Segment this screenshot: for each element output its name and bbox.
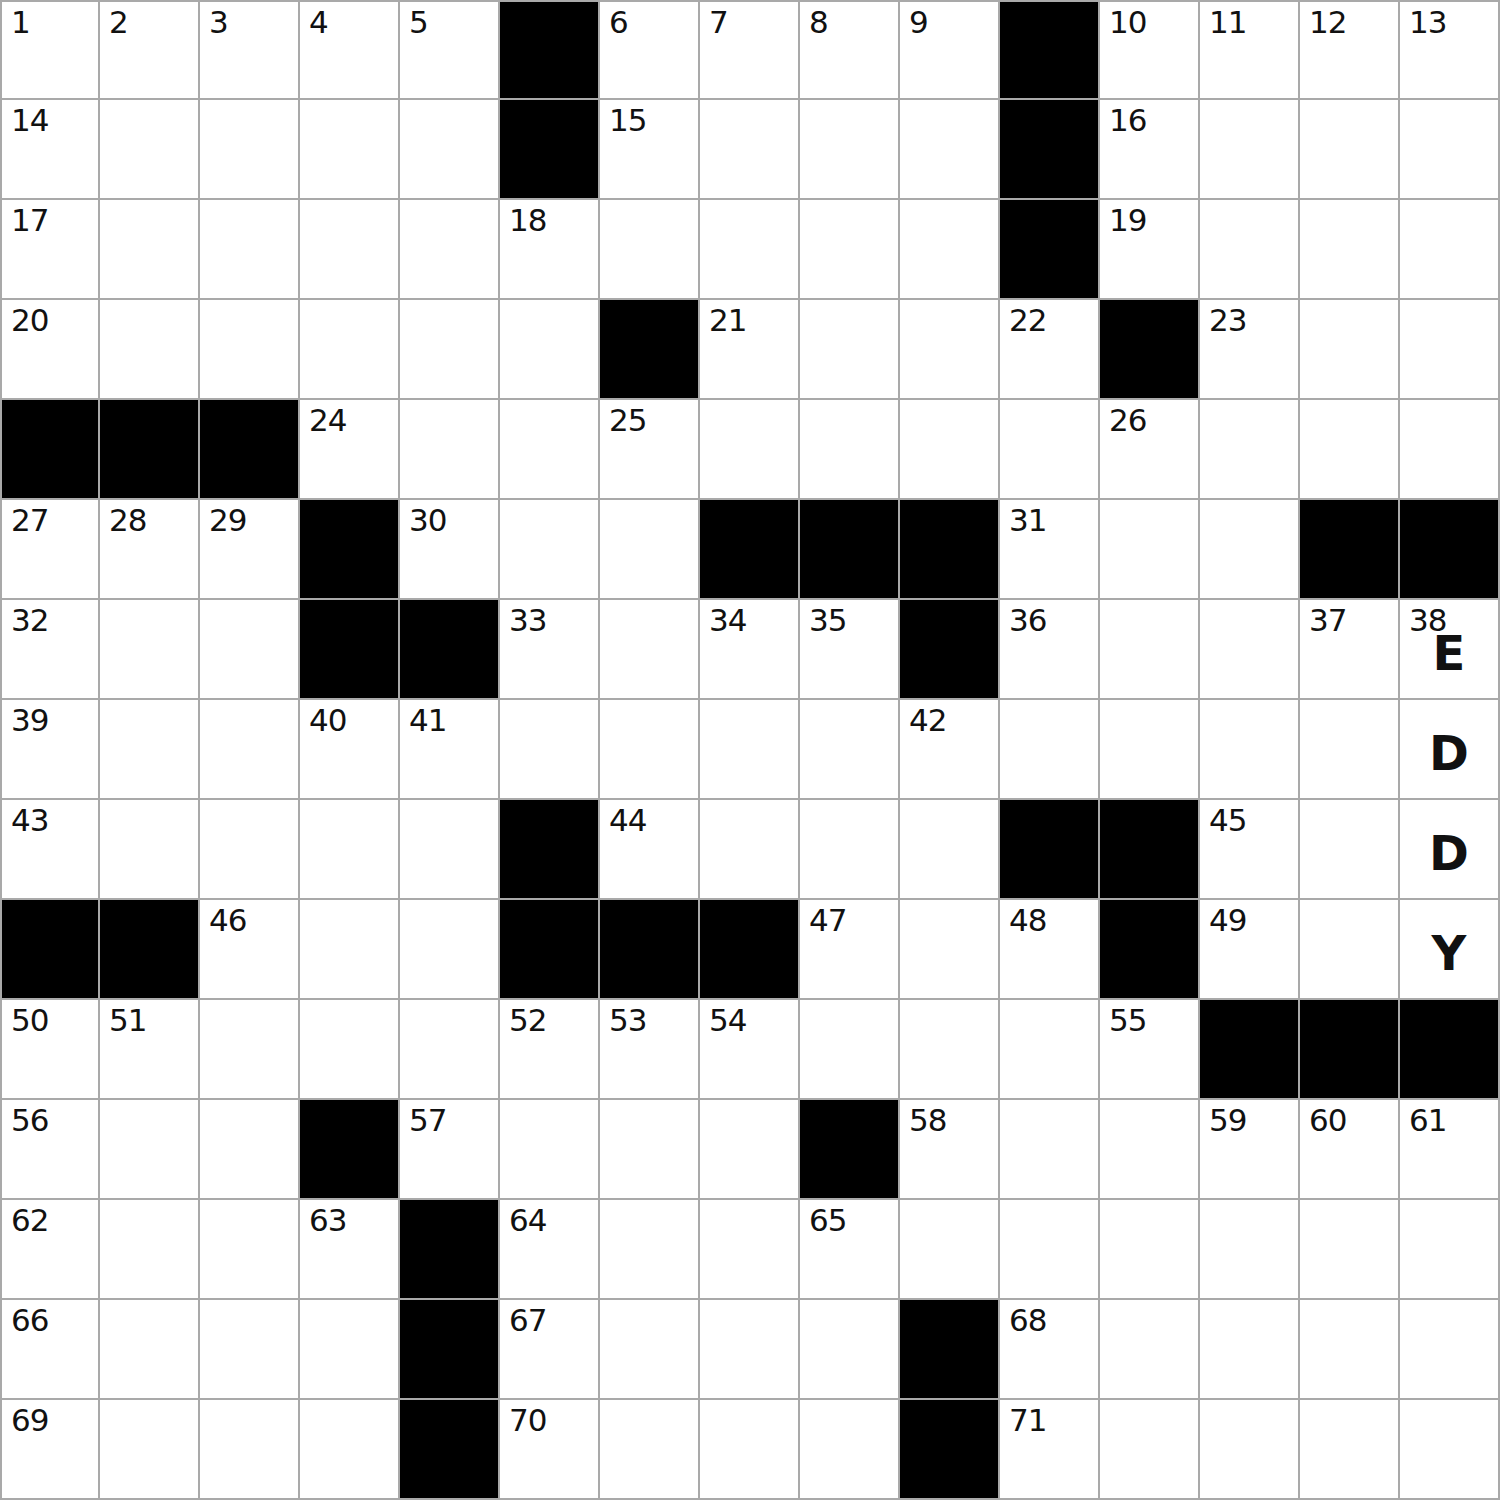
black-cell-r11c15	[1400, 1000, 1500, 1100]
cell-r11c7[interactable]: 53	[600, 1000, 700, 1100]
cell-r12c8[interactable]	[700, 1100, 800, 1200]
black-cell-r1c6	[500, 0, 600, 100]
cell-r1c2[interactable]: 2	[100, 0, 200, 100]
cell-r9c10[interactable]	[900, 800, 1000, 900]
black-cell-r10c12	[1100, 900, 1200, 1000]
cell-r5c4[interactable]: 24	[300, 400, 400, 500]
cell-r4c1[interactable]: 20	[0, 300, 100, 400]
cell-r2c14[interactable]	[1300, 100, 1400, 200]
cell-r15c3[interactable]	[200, 1400, 300, 1500]
cell-r9c8[interactable]	[700, 800, 800, 900]
cell-r15c15[interactable]	[1400, 1400, 1500, 1500]
cell-r8c2[interactable]	[100, 700, 200, 800]
cell-r3c7[interactable]	[600, 200, 700, 300]
black-cell-r5c2	[100, 400, 200, 500]
cell-r14c15[interactable]	[1400, 1300, 1500, 1400]
cell-r12c1[interactable]: 56	[0, 1100, 100, 1200]
cell-r13c9[interactable]: 65	[800, 1200, 900, 1300]
black-cell-r7c5	[400, 600, 500, 700]
clue-number: 44	[609, 805, 646, 836]
cell-r3c5[interactable]	[400, 200, 500, 300]
cell-r5c8[interactable]	[700, 400, 800, 500]
cell-r8c4[interactable]: 40	[300, 700, 400, 800]
cell-r14c8[interactable]	[700, 1300, 800, 1400]
cell-r15c1[interactable]: 69	[0, 1400, 100, 1500]
black-cell-r2c6	[500, 100, 600, 200]
cell-r10c9[interactable]: 47	[800, 900, 900, 1000]
cell-r8c1[interactable]: 39	[0, 700, 100, 800]
cell-r12c11[interactable]	[1000, 1100, 1100, 1200]
cell-r3c15[interactable]	[1400, 200, 1500, 300]
black-cell-r1c11	[1000, 0, 1100, 100]
cell-r7c11[interactable]: 36	[1000, 600, 1100, 700]
cell-r3c4[interactable]	[300, 200, 400, 300]
clue-number: 64	[509, 1205, 546, 1236]
cell-r11c8[interactable]: 54	[700, 1000, 800, 1100]
cell-r8c8[interactable]	[700, 700, 800, 800]
clue-number: 31	[1009, 505, 1046, 536]
black-cell-r10c6	[500, 900, 600, 1000]
cell-r14c2[interactable]	[100, 1300, 200, 1400]
clue-number: 55	[1109, 1005, 1146, 1036]
black-cell-r10c8	[700, 900, 800, 1000]
clue-number: 36	[1009, 605, 1046, 636]
cell-r8c9[interactable]	[800, 700, 900, 800]
clue-number: 7	[709, 7, 728, 38]
cell-r6c3[interactable]: 29	[200, 500, 300, 600]
cell-r7c9[interactable]: 35	[800, 600, 900, 700]
cell-r5c11[interactable]	[1000, 400, 1100, 500]
clue-number: 68	[1009, 1305, 1046, 1336]
cell-r14c4[interactable]	[300, 1300, 400, 1400]
cell-r1c10[interactable]: 9	[900, 0, 1000, 100]
clue-number: 52	[509, 1005, 546, 1036]
cell-r8c7[interactable]	[600, 700, 700, 800]
cell-r4c14[interactable]	[1300, 300, 1400, 400]
clue-number: 43	[11, 805, 48, 836]
cell-r4c6[interactable]	[500, 300, 600, 400]
clue-number: 53	[609, 1005, 646, 1036]
cell-r11c11[interactable]	[1000, 1000, 1100, 1100]
cell-r14c6[interactable]: 67	[500, 1300, 600, 1400]
cell-r15c14[interactable]	[1300, 1400, 1400, 1500]
cell-r12c6[interactable]	[500, 1100, 600, 1200]
cell-r5c6[interactable]	[500, 400, 600, 500]
cell-r15c11[interactable]: 71	[1000, 1400, 1100, 1500]
cell-r9c15[interactable]: D	[1400, 800, 1500, 900]
cell-r2c5[interactable]	[400, 100, 500, 200]
clue-number: 57	[409, 1105, 446, 1136]
clue-number: 34	[709, 605, 746, 636]
black-cell-r14c5	[400, 1300, 500, 1400]
clue-number: 3	[209, 7, 228, 38]
cell-r1c5[interactable]: 5	[400, 0, 500, 100]
cell-r3c8[interactable]	[700, 200, 800, 300]
clue-number: 41	[409, 705, 446, 736]
cell-r13c8[interactable]	[700, 1200, 800, 1300]
cell-r4c9[interactable]	[800, 300, 900, 400]
cell-r7c2[interactable]	[100, 600, 200, 700]
black-cell-r4c12	[1100, 300, 1200, 400]
black-cell-r4c7	[600, 300, 700, 400]
clue-number: 12	[1309, 7, 1346, 38]
cell-r12c5[interactable]: 57	[400, 1100, 500, 1200]
cell-r3c12[interactable]: 19	[1100, 200, 1200, 300]
cell-r2c12[interactable]: 16	[1100, 100, 1200, 200]
cell-r7c3[interactable]	[200, 600, 300, 700]
cell-r13c10[interactable]	[900, 1200, 1000, 1300]
cell-r9c14[interactable]	[1300, 800, 1400, 900]
black-cell-r6c4	[300, 500, 400, 600]
clue-number: 10	[1109, 7, 1146, 38]
clue-number: 1	[11, 7, 30, 38]
clue-number: 5	[409, 7, 428, 38]
cell-r8c12[interactable]	[1100, 700, 1200, 800]
cell-r8c11[interactable]	[1000, 700, 1100, 800]
cell-r15c2[interactable]	[100, 1400, 200, 1500]
clue-number: 45	[1209, 805, 1246, 836]
cell-r15c9[interactable]	[800, 1400, 900, 1500]
clue-number: 71	[1009, 1405, 1046, 1436]
cell-r1c12[interactable]: 10	[1100, 0, 1200, 100]
cell-r10c5[interactable]	[400, 900, 500, 1000]
cell-r9c9[interactable]	[800, 800, 900, 900]
cell-r15c13[interactable]	[1200, 1400, 1300, 1500]
clue-number: 25	[609, 405, 646, 436]
cell-r11c9[interactable]	[800, 1000, 900, 1100]
cell-r10c3[interactable]: 46	[200, 900, 300, 1000]
cell-r13c13[interactable]	[1200, 1200, 1300, 1300]
black-cell-r12c4	[300, 1100, 400, 1200]
cell-r9c13[interactable]: 45	[1200, 800, 1300, 900]
clue-number: 23	[1209, 305, 1246, 336]
clue-number: 11	[1209, 7, 1246, 38]
cell-r3c3[interactable]	[200, 200, 300, 300]
cell-r10c11[interactable]: 48	[1000, 900, 1100, 1000]
cell-r10c15[interactable]: Y	[1400, 900, 1500, 1000]
black-cell-r9c12	[1100, 800, 1200, 900]
cell-r12c3[interactable]	[200, 1100, 300, 1200]
cell-r3c2[interactable]	[100, 200, 200, 300]
black-cell-r10c1	[0, 900, 100, 1000]
cell-r8c14[interactable]	[1300, 700, 1400, 800]
cell-r4c2[interactable]	[100, 300, 200, 400]
cell-r5c5[interactable]	[400, 400, 500, 500]
clue-number: 61	[1409, 1105, 1446, 1136]
cell-r7c14[interactable]: 37	[1300, 600, 1400, 700]
black-cell-r13c5	[400, 1200, 500, 1300]
cell-r6c2[interactable]: 28	[100, 500, 200, 600]
cell-r5c14[interactable]	[1300, 400, 1400, 500]
cell-r2c10[interactable]	[900, 100, 1000, 200]
cell-r6c12[interactable]	[1100, 500, 1200, 600]
cell-r2c13[interactable]	[1200, 100, 1300, 200]
cell-r4c13[interactable]: 23	[1200, 300, 1300, 400]
cell-r15c12[interactable]	[1100, 1400, 1200, 1500]
cell-r3c6[interactable]: 18	[500, 200, 600, 300]
black-cell-r10c2	[100, 900, 200, 1000]
black-cell-r2c11	[1000, 100, 1100, 200]
cell-r1c7[interactable]: 6	[600, 0, 700, 100]
clue-number: 16	[1109, 105, 1146, 136]
clue-number: 39	[11, 705, 48, 736]
cell-r3c10[interactable]	[900, 200, 1000, 300]
black-cell-r11c14	[1300, 1000, 1400, 1100]
cell-r2c1[interactable]: 14	[0, 100, 100, 200]
cell-r10c13[interactable]: 49	[1200, 900, 1300, 1000]
cell-r13c7[interactable]	[600, 1200, 700, 1300]
cell-r8c3[interactable]	[200, 700, 300, 800]
black-cell-r7c10	[900, 600, 1000, 700]
cell-r9c3[interactable]	[200, 800, 300, 900]
cell-r14c14[interactable]	[1300, 1300, 1400, 1400]
cell-r14c12[interactable]	[1100, 1300, 1200, 1400]
cell-r13c11[interactable]	[1000, 1200, 1100, 1300]
clue-number: 19	[1109, 205, 1146, 236]
cell-r9c5[interactable]	[400, 800, 500, 900]
clue-number: 8	[809, 7, 828, 38]
cell-r13c2[interactable]	[100, 1200, 200, 1300]
cell-r11c10[interactable]	[900, 1000, 1000, 1100]
cell-r11c12[interactable]: 55	[1100, 1000, 1200, 1100]
cell-r3c13[interactable]	[1200, 200, 1300, 300]
black-cell-r5c1	[0, 400, 100, 500]
clue-number: 27	[11, 505, 48, 536]
cell-r2c4[interactable]	[300, 100, 400, 200]
clue-number: 48	[1009, 905, 1046, 936]
cell-r3c1[interactable]: 17	[0, 200, 100, 300]
cell-r5c13[interactable]	[1200, 400, 1300, 500]
cell-r9c1[interactable]: 43	[0, 800, 100, 900]
cell-r14c9[interactable]	[800, 1300, 900, 1400]
cell-r4c4[interactable]	[300, 300, 400, 400]
cell-r2c3[interactable]	[200, 100, 300, 200]
clue-number: 4	[309, 7, 328, 38]
clue-number: 2	[109, 7, 128, 38]
cell-r6c5[interactable]: 30	[400, 500, 500, 600]
cell-r8c10[interactable]: 42	[900, 700, 1000, 800]
cell-r4c15[interactable]	[1400, 300, 1500, 400]
cell-r15c8[interactable]	[700, 1400, 800, 1500]
cell-r9c7[interactable]: 44	[600, 800, 700, 900]
clue-number: 21	[709, 305, 746, 336]
cell-r12c12[interactable]	[1100, 1100, 1200, 1200]
cell-r1c1[interactable]: 1	[0, 0, 100, 100]
clue-number: 15	[609, 105, 646, 136]
clue-number: 54	[709, 1005, 746, 1036]
cell-r13c1[interactable]: 62	[0, 1200, 100, 1300]
clue-number: 24	[309, 405, 346, 436]
cell-letter: D	[1400, 700, 1498, 798]
cell-r15c4[interactable]	[300, 1400, 400, 1500]
cell-r14c13[interactable]	[1200, 1300, 1300, 1400]
clue-number: 47	[809, 905, 846, 936]
clue-number: 6	[609, 7, 628, 38]
clue-number: 20	[11, 305, 48, 336]
cell-r11c3[interactable]	[200, 1000, 300, 1100]
black-cell-r9c6	[500, 800, 600, 900]
cell-r9c2[interactable]	[100, 800, 200, 900]
crossword-grid: 1234567891011121314151617181920212223242…	[0, 0, 1500, 1500]
cell-r7c12[interactable]	[1100, 600, 1200, 700]
cell-r10c4[interactable]	[300, 900, 400, 1000]
clue-number: 17	[11, 205, 48, 236]
clue-number: 65	[809, 1205, 846, 1236]
cell-r4c5[interactable]	[400, 300, 500, 400]
cell-r15c6[interactable]: 70	[500, 1400, 600, 1500]
cell-r5c10[interactable]	[900, 400, 1000, 500]
cell-r12c7[interactable]	[600, 1100, 700, 1200]
clue-number: 69	[11, 1405, 48, 1436]
cell-r7c6[interactable]: 33	[500, 600, 600, 700]
black-cell-r6c10	[900, 500, 1000, 600]
cell-r11c4[interactable]	[300, 1000, 400, 1100]
black-cell-r5c3	[200, 400, 300, 500]
cell-r13c3[interactable]	[200, 1200, 300, 1300]
cell-r1c8[interactable]: 7	[700, 0, 800, 100]
cell-r9c4[interactable]	[300, 800, 400, 900]
cell-r11c5[interactable]	[400, 1000, 500, 1100]
cell-r12c13[interactable]: 59	[1200, 1100, 1300, 1200]
black-cell-r15c5	[400, 1400, 500, 1500]
clue-number: 59	[1209, 1105, 1246, 1136]
clue-number: 49	[1209, 905, 1246, 936]
cell-r2c7[interactable]: 15	[600, 100, 700, 200]
black-cell-r3c11	[1000, 200, 1100, 300]
cell-r1c4[interactable]: 4	[300, 0, 400, 100]
cell-r5c15[interactable]	[1400, 400, 1500, 500]
clue-number: 32	[11, 605, 48, 636]
cell-r7c15[interactable]: 38E	[1400, 600, 1500, 700]
clue-number: 60	[1309, 1105, 1346, 1136]
cell-r10c10[interactable]	[900, 900, 1000, 1000]
cell-r14c11[interactable]: 68	[1000, 1300, 1100, 1400]
black-cell-r12c9	[800, 1100, 900, 1200]
cell-r13c4[interactable]: 63	[300, 1200, 400, 1300]
cell-r7c1[interactable]: 32	[0, 600, 100, 700]
clue-number: 56	[11, 1105, 48, 1136]
clue-number: 70	[509, 1405, 546, 1436]
cell-letter: D	[1400, 800, 1498, 898]
cell-r1c3[interactable]: 3	[200, 0, 300, 100]
cell-r8c15[interactable]: D	[1400, 700, 1500, 800]
cell-r4c3[interactable]	[200, 300, 300, 400]
clue-number: 67	[509, 1305, 546, 1336]
clue-number: 26	[1109, 405, 1146, 436]
cell-r12c2[interactable]	[100, 1100, 200, 1200]
black-cell-r9c11	[1000, 800, 1100, 900]
cell-r8c5[interactable]: 41	[400, 700, 500, 800]
cell-r15c7[interactable]	[600, 1400, 700, 1500]
cell-r13c15[interactable]	[1400, 1200, 1500, 1300]
clue-number: 66	[11, 1305, 48, 1336]
cell-r4c11[interactable]: 22	[1000, 300, 1100, 400]
cell-r2c8[interactable]	[700, 100, 800, 200]
clue-number: 42	[909, 705, 946, 736]
cell-r11c1[interactable]: 50	[0, 1000, 100, 1100]
cell-r13c14[interactable]	[1300, 1200, 1400, 1300]
clue-number: 35	[809, 605, 846, 636]
clue-number: 30	[409, 505, 446, 536]
clue-number: 51	[109, 1005, 146, 1036]
black-cell-r15c10	[900, 1400, 1000, 1500]
cell-r12c15[interactable]: 61	[1400, 1100, 1500, 1200]
clue-number: 63	[309, 1205, 346, 1236]
cell-r4c10[interactable]	[900, 300, 1000, 400]
cell-r13c6[interactable]: 64	[500, 1200, 600, 1300]
black-cell-r6c14	[1300, 500, 1400, 600]
cell-r7c7[interactable]	[600, 600, 700, 700]
clue-number: 46	[209, 905, 246, 936]
black-cell-r6c15	[1400, 500, 1500, 600]
cell-r5c7[interactable]: 25	[600, 400, 700, 500]
clue-number: 33	[509, 605, 546, 636]
black-cell-r7c4	[300, 600, 400, 700]
cell-r6c7[interactable]	[600, 500, 700, 600]
cell-r7c13[interactable]	[1200, 600, 1300, 700]
cell-r3c9[interactable]	[800, 200, 900, 300]
cell-r2c15[interactable]	[1400, 100, 1500, 200]
cell-r5c12[interactable]: 26	[1100, 400, 1200, 500]
black-cell-r6c8	[700, 500, 800, 600]
cell-r8c6[interactable]	[500, 700, 600, 800]
cell-r12c10[interactable]: 58	[900, 1100, 1000, 1200]
cell-r5c9[interactable]	[800, 400, 900, 500]
cell-r6c1[interactable]: 27	[0, 500, 100, 600]
cell-r7c8[interactable]: 34	[700, 600, 800, 700]
clue-number: 28	[109, 505, 146, 536]
cell-r14c3[interactable]	[200, 1300, 300, 1400]
clue-number: 40	[309, 705, 346, 736]
cell-r8c13[interactable]	[1200, 700, 1300, 800]
clue-number: 18	[509, 205, 546, 236]
clue-number: 58	[909, 1105, 946, 1136]
cell-r11c2[interactable]: 51	[100, 1000, 200, 1100]
cell-r1c14[interactable]: 12	[1300, 0, 1400, 100]
cell-r6c6[interactable]	[500, 500, 600, 600]
cell-r1c13[interactable]: 11	[1200, 0, 1300, 100]
cell-r4c8[interactable]: 21	[700, 300, 800, 400]
clue-number: 50	[11, 1005, 48, 1036]
clue-number: 22	[1009, 305, 1046, 336]
clue-number: 14	[11, 105, 48, 136]
clue-number: 37	[1309, 605, 1346, 636]
clue-number: 13	[1409, 7, 1446, 38]
clue-number: 29	[209, 505, 246, 536]
cell-letter: E	[1400, 600, 1498, 698]
cell-r13c12[interactable]	[1100, 1200, 1200, 1300]
cell-r12c14[interactable]: 60	[1300, 1100, 1400, 1200]
cell-r1c15[interactable]: 13	[1400, 0, 1500, 100]
black-cell-r10c7	[600, 900, 700, 1000]
cell-r14c7[interactable]	[600, 1300, 700, 1400]
black-cell-r6c9	[800, 500, 900, 600]
cell-r2c2[interactable]	[100, 100, 200, 200]
clue-number: 62	[11, 1205, 48, 1236]
cell-r6c13[interactable]	[1200, 500, 1300, 600]
cell-letter: Y	[1400, 900, 1498, 998]
cell-r10c14[interactable]	[1300, 900, 1400, 1000]
black-cell-r11c13	[1200, 1000, 1300, 1100]
black-cell-r14c10	[900, 1300, 1000, 1400]
cell-r11c6[interactable]: 52	[500, 1000, 600, 1100]
clue-number: 9	[909, 7, 928, 38]
cell-r14c1[interactable]: 66	[0, 1300, 100, 1400]
cell-r3c14[interactable]	[1300, 200, 1400, 300]
cell-r1c9[interactable]: 8	[800, 0, 900, 100]
cell-r6c11[interactable]: 31	[1000, 500, 1100, 600]
cell-r2c9[interactable]	[800, 100, 900, 200]
